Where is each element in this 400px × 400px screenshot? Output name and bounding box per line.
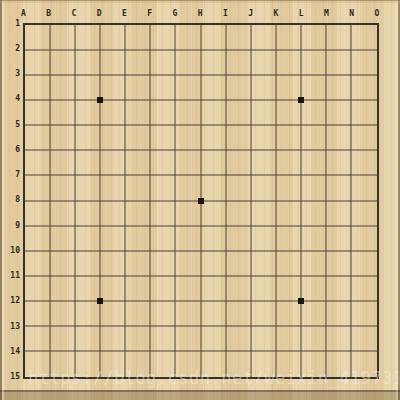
row-label-9: 9 [3,221,20,231]
row-label-11: 11 [3,271,20,281]
col-label-b: B [42,9,56,19]
row-label-14: 14 [3,347,20,357]
grid-line [275,25,276,377]
col-label-k: K [269,9,283,19]
row-label-6: 6 [3,145,20,155]
row-label-1: 1 [3,19,20,29]
star-point-d4 [97,97,103,103]
col-label-m: M [320,9,334,19]
col-label-d: D [92,9,106,19]
row-label-5: 5 [3,120,20,130]
row-label-15: 15 [3,372,20,382]
col-label-c: C [67,9,81,19]
col-label-e: E [118,9,132,19]
star-point-l4 [298,97,304,103]
col-label-g: G [168,9,182,19]
col-label-j: J [244,9,258,19]
grid-line [25,275,377,276]
grid-line [326,25,327,377]
star-point-d12 [97,298,103,304]
row-label-8: 8 [3,195,20,205]
col-label-i: I [219,9,233,19]
row-label-7: 7 [3,170,20,180]
board-grid[interactable] [23,23,379,379]
gomoku-board: ABCDEFGHIJKLMNO 123456789101112131415 ht… [0,0,400,400]
star-point-l12 [298,298,304,304]
grid-line [25,326,377,327]
grid-line [25,250,377,251]
star-point-h8 [198,198,204,204]
watermark: https://blog.csdn.net/weixin_41973135 [28,368,400,388]
col-label-n: N [345,9,359,19]
col-label-h: H [193,9,207,19]
row-label-3: 3 [3,69,20,79]
grid-line [250,25,251,377]
col-label-a: A [17,9,31,19]
row-label-13: 13 [3,322,20,332]
row-label-4: 4 [3,94,20,104]
grid-line [25,351,377,352]
row-label-10: 10 [3,246,20,256]
grid-line [301,25,302,377]
col-label-o: O [370,9,384,19]
row-label-12: 12 [3,296,20,306]
col-label-l: L [294,9,308,19]
grid-line [25,301,377,302]
row-label-2: 2 [3,44,20,54]
col-label-f: F [143,9,157,19]
grid-line [351,25,352,377]
grid-line [225,25,226,377]
grid-line [25,225,377,226]
